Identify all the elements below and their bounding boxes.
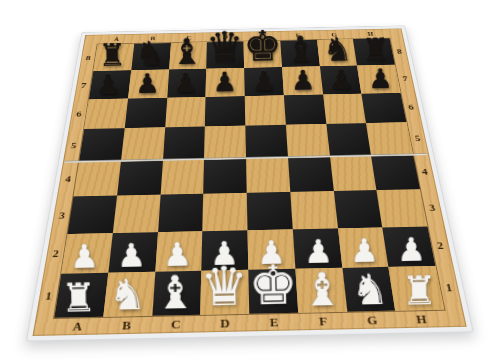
white-bishop[interactable]: ♝: [301, 267, 343, 311]
black-knight[interactable]: ♞: [135, 38, 165, 69]
square-f6[interactable]: [284, 94, 326, 125]
square-g7[interactable]: ♟: [319, 65, 361, 94]
white-rook[interactable]: ♜: [401, 271, 437, 309]
white-rook[interactable]: ♜: [60, 278, 96, 316]
square-a6[interactable]: [84, 98, 128, 129]
square-f1[interactable]: ♝: [295, 268, 347, 313]
square-c7[interactable]: ♟: [167, 69, 207, 98]
square-b8[interactable]: ♞: [131, 43, 170, 70]
square-a3[interactable]: [68, 195, 117, 233]
white-pawn[interactable]: ♟: [397, 235, 427, 266]
white-bishop[interactable]: ♝: [155, 271, 197, 315]
white-knight[interactable]: ♞: [108, 275, 146, 316]
black-pawn[interactable]: ♟: [329, 67, 354, 93]
black-pawn[interactable]: ♟: [135, 71, 160, 97]
square-a2[interactable]: ♟: [61, 233, 112, 274]
square-a1[interactable]: ♜: [54, 273, 108, 318]
file-label-c: C: [151, 315, 201, 334]
square-g8[interactable]: ♞: [317, 39, 358, 66]
square-b4[interactable]: [117, 160, 163, 196]
square-c3[interactable]: [158, 193, 204, 231]
square-h3[interactable]: [377, 189, 428, 227]
file-label-h: H: [395, 310, 447, 329]
square-h4[interactable]: [371, 155, 420, 190]
black-rook[interactable]: ♜: [98, 40, 126, 70]
black-king[interactable]: ♚: [243, 26, 282, 67]
square-h5[interactable]: [366, 122, 413, 155]
square-a7[interactable]: ♟: [89, 70, 131, 99]
square-b2[interactable]: ♟: [108, 232, 158, 273]
black-bishop[interactable]: ♝: [284, 32, 316, 66]
square-h1[interactable]: ♜: [389, 266, 445, 310]
square-c6[interactable]: [165, 97, 206, 128]
square-d8[interactable]: ♛: [206, 41, 244, 68]
black-pawn[interactable]: ♟: [368, 66, 393, 92]
white-pawn[interactable]: ♟: [70, 241, 100, 272]
square-f5[interactable]: [286, 124, 330, 157]
square-b3[interactable]: [113, 194, 161, 232]
square-a4[interactable]: [74, 161, 121, 197]
file-label-f: F: [298, 312, 349, 331]
black-pawn[interactable]: ♟: [290, 68, 315, 94]
white-queen[interactable]: ♛: [200, 262, 249, 314]
file-label-a: A: [51, 317, 103, 336]
square-h7[interactable]: ♟: [357, 65, 400, 94]
square-b5[interactable]: [121, 128, 165, 161]
square-f4[interactable]: [288, 156, 334, 191]
square-e8[interactable]: ♚: [244, 41, 282, 68]
square-d1[interactable]: ♛: [201, 270, 250, 315]
square-c4[interactable]: [160, 159, 204, 195]
black-bishop[interactable]: ♝: [171, 35, 203, 69]
white-pawn[interactable]: ♟: [350, 235, 380, 266]
file-label-e: E: [249, 313, 299, 332]
square-f8[interactable]: ♝: [280, 40, 319, 67]
square-a8[interactable]: ♜: [93, 44, 134, 71]
square-g2[interactable]: ♟: [337, 227, 388, 268]
square-d3[interactable]: [203, 193, 248, 231]
white-pawn[interactable]: ♟: [116, 240, 146, 271]
black-rook[interactable]: ♜: [362, 35, 390, 65]
file-label-g: G: [347, 311, 398, 330]
square-f3[interactable]: [290, 191, 337, 229]
square-e5[interactable]: [245, 125, 287, 158]
file-label-b: B: [101, 316, 152, 335]
photo-background: ABCDEFGH ABCDEFGH 87654321 87654321 ♜♞♝♛…: [0, 0, 500, 363]
square-d5[interactable]: [204, 126, 246, 159]
square-g4[interactable]: [329, 155, 376, 190]
square-d4[interactable]: [203, 158, 246, 193]
black-pawn[interactable]: ♟: [251, 69, 276, 95]
black-pawn[interactable]: ♟: [174, 70, 199, 96]
square-e6[interactable]: [245, 95, 286, 126]
square-e1[interactable]: ♚: [248, 269, 298, 314]
square-f7[interactable]: ♟: [282, 66, 323, 95]
square-h8[interactable]: ♜: [353, 38, 395, 65]
square-b6[interactable]: [124, 97, 166, 128]
square-e4[interactable]: [246, 157, 290, 192]
white-king[interactable]: ♚: [248, 260, 298, 313]
square-d7[interactable]: ♟: [206, 68, 245, 97]
square-d6[interactable]: [205, 96, 245, 127]
square-b1[interactable]: ♞: [103, 272, 155, 317]
square-e3[interactable]: [247, 192, 293, 230]
square-e7[interactable]: ♟: [244, 67, 284, 96]
board-grid: ♜♞♝♛♚♝♞♜♟♟♟♟♟♟♟♟♟♟♟♟♟♟♟♟♜♞♝♛♚♝♞♜: [54, 38, 444, 317]
square-g1[interactable]: ♞: [342, 267, 396, 312]
square-g5[interactable]: [326, 123, 371, 156]
square-c5[interactable]: [163, 127, 206, 160]
chess-board: ABCDEFGH ABCDEFGH 87654321 87654321 ♜♞♝♛…: [26, 25, 474, 341]
square-h2[interactable]: ♟: [382, 226, 435, 267]
square-c1[interactable]: ♝: [152, 271, 202, 316]
black-knight[interactable]: ♞: [323, 34, 353, 65]
square-h6[interactable]: [362, 93, 407, 124]
board-frame: ABCDEFGH ABCDEFGH 87654321 87654321 ♜♞♝♛…: [33, 28, 467, 336]
square-c8[interactable]: ♝: [169, 42, 207, 69]
black-pawn[interactable]: ♟: [96, 72, 121, 98]
rank-label-right-6: 6: [400, 92, 421, 122]
square-g3[interactable]: [333, 190, 382, 228]
file-label-d: D: [200, 314, 250, 333]
square-g6[interactable]: [323, 93, 367, 124]
square-a5[interactable]: [79, 128, 124, 161]
white-knight[interactable]: ♞: [351, 270, 389, 311]
black-queen[interactable]: ♛: [206, 28, 244, 68]
square-b7[interactable]: ♟: [128, 69, 169, 98]
black-pawn[interactable]: ♟: [213, 70, 238, 96]
